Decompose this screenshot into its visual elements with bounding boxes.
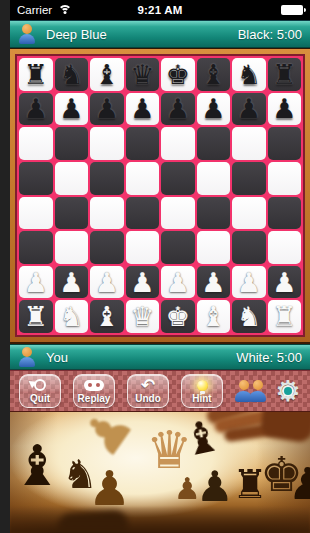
black-pawn[interactable]: ♟: [59, 95, 83, 122]
square-h7[interactable]: ♟: [268, 93, 302, 126]
photo-hand-shape: [259, 412, 310, 443]
black-pawn[interactable]: ♟: [272, 95, 296, 122]
opponent-avatar-icon: [18, 24, 36, 44]
black-king[interactable]: ♚: [166, 61, 190, 88]
square-e8[interactable]: ♚: [161, 58, 195, 91]
app-screen: Carrier 9:21 AM Deep Blue Black: 5:00 ♜♞…: [10, 0, 310, 533]
square-e6[interactable]: [161, 127, 195, 160]
square-c1[interactable]: ♝: [90, 300, 124, 333]
square-g7[interactable]: ♟: [232, 93, 266, 126]
square-f8[interactable]: ♝: [197, 58, 231, 91]
white-knight[interactable]: ♞: [237, 303, 261, 330]
square-b6[interactable]: [55, 127, 89, 160]
white-pawn[interactable]: ♟: [130, 269, 154, 296]
square-h4[interactable]: [268, 197, 302, 230]
black-knight[interactable]: ♞: [237, 61, 261, 88]
quit-button[interactable]: Quit: [19, 374, 61, 408]
black-bishop[interactable]: ♝: [95, 61, 119, 88]
square-d6[interactable]: [126, 127, 160, 160]
square-c7[interactable]: ♟: [90, 93, 124, 126]
opponent-bar: Deep Blue Black: 5:00: [10, 20, 310, 48]
white-bishop[interactable]: ♝: [95, 303, 119, 330]
square-c5[interactable]: [90, 162, 124, 195]
black-bishop[interactable]: ♝: [201, 61, 225, 88]
square-h5[interactable]: [268, 162, 302, 195]
chess-board[interactable]: ♜♞♝♛♚♝♞♜♟♟♟♟♟♟♟♟♟♟♟♟♟♟♟♟♜♞♝♛♚♝♞♜: [17, 56, 303, 335]
game-controller-icon: [84, 378, 104, 392]
square-e2[interactable]: ♟: [161, 266, 195, 299]
white-pawn[interactable]: ♟: [272, 269, 296, 296]
photo-chess-piece: ♟: [196, 466, 234, 508]
white-rook[interactable]: ♜: [272, 303, 296, 330]
photo-strip: ♟♝♛♝♞♟♟♟♜♚♟: [10, 412, 310, 533]
square-c8[interactable]: ♝: [90, 58, 124, 91]
photo-chess-piece: ♟: [288, 462, 310, 506]
square-b3[interactable]: [55, 231, 89, 264]
square-c2[interactable]: ♟: [90, 266, 124, 299]
opponent-name: Deep Blue: [46, 27, 107, 42]
square-g5[interactable]: [232, 162, 266, 195]
square-e5[interactable]: [161, 162, 195, 195]
square-h2[interactable]: ♟: [268, 266, 302, 299]
square-e7[interactable]: ♟: [161, 93, 195, 126]
battery-icon: [281, 5, 303, 15]
photo-chess-piece: ♟: [88, 464, 131, 512]
black-rook[interactable]: ♜: [272, 61, 296, 88]
hint-button-label: Hint: [192, 394, 211, 404]
undo-button-label: Undo: [135, 394, 161, 404]
square-f6[interactable]: [197, 127, 231, 160]
square-d7[interactable]: ♟: [126, 93, 160, 126]
square-g8[interactable]: ♞: [232, 58, 266, 91]
carrier-label: Carrier: [17, 4, 52, 16]
square-a7[interactable]: ♟: [19, 93, 53, 126]
square-f7[interactable]: ♟: [197, 93, 231, 126]
undo-arrow-icon: ↶: [141, 378, 155, 392]
square-c4[interactable]: [90, 197, 124, 230]
black-pawn[interactable]: ♟: [201, 95, 225, 122]
square-g1[interactable]: ♞: [232, 300, 266, 333]
square-f4[interactable]: [197, 197, 231, 230]
square-h6[interactable]: [268, 127, 302, 160]
photo-chess-piece: ♛: [146, 424, 193, 476]
photo-hand-shape: [57, 510, 129, 533]
quit-button-label: Quit: [30, 394, 50, 404]
black-pawn[interactable]: ♟: [95, 95, 119, 122]
square-c3[interactable]: [90, 231, 124, 264]
square-b1[interactable]: ♞: [55, 300, 89, 333]
white-rook[interactable]: ♜: [24, 303, 48, 330]
square-a2[interactable]: ♟: [19, 266, 53, 299]
two-players-icon[interactable]: [235, 379, 259, 403]
square-d8[interactable]: ♛: [126, 58, 160, 91]
white-pawn[interactable]: ♟: [24, 269, 48, 296]
square-f5[interactable]: [197, 162, 231, 195]
square-a5[interactable]: [19, 162, 53, 195]
square-c6[interactable]: [90, 127, 124, 160]
light-bulb-icon: [197, 378, 208, 392]
square-g4[interactable]: [232, 197, 266, 230]
black-pawn[interactable]: ♟: [24, 95, 48, 122]
black-clock: Black: 5:00: [238, 27, 302, 42]
square-a6[interactable]: [19, 127, 53, 160]
square-d1[interactable]: ♛: [126, 300, 160, 333]
black-knight[interactable]: ♞: [59, 61, 83, 88]
square-f1[interactable]: ♝: [197, 300, 231, 333]
white-pawn[interactable]: ♟: [166, 269, 190, 296]
wifi-icon: [57, 5, 72, 16]
square-a4[interactable]: [19, 197, 53, 230]
white-pawn[interactable]: ♟: [59, 269, 83, 296]
square-a3[interactable]: [19, 231, 53, 264]
board-frame: ♜♞♝♛♚♝♞♜♟♟♟♟♟♟♟♟♟♟♟♟♟♟♟♟♜♞♝♛♚♝♞♜: [10, 48, 310, 344]
square-d3[interactable]: [126, 231, 160, 264]
white-pawn[interactable]: ♟: [95, 269, 119, 296]
white-king[interactable]: ♚: [166, 303, 190, 330]
photo-chess-piece: ♝: [12, 438, 62, 494]
settings-gear-icon[interactable]: ⚙: [275, 377, 301, 405]
white-pawn[interactable]: ♟: [201, 269, 225, 296]
replay-button-label: Replay: [78, 394, 111, 404]
square-a1[interactable]: ♜: [19, 300, 53, 333]
black-queen[interactable]: ♛: [130, 61, 154, 88]
black-pawn[interactable]: ♟: [237, 95, 261, 122]
white-bishop[interactable]: ♝: [201, 303, 225, 330]
black-pawn[interactable]: ♟: [166, 95, 190, 122]
square-e1[interactable]: ♚: [161, 300, 195, 333]
square-g6[interactable]: [232, 127, 266, 160]
status-bar: Carrier 9:21 AM: [10, 0, 310, 20]
square-b2[interactable]: ♟: [55, 266, 89, 299]
square-e3[interactable]: [161, 231, 195, 264]
white-queen[interactable]: ♛: [130, 303, 154, 330]
square-b5[interactable]: [55, 162, 89, 195]
square-d5[interactable]: [126, 162, 160, 195]
hint-button[interactable]: Hint: [181, 374, 223, 408]
black-rook[interactable]: ♜: [24, 61, 48, 88]
square-d2[interactable]: ♟: [126, 266, 160, 299]
white-pawn[interactable]: ♟: [237, 269, 261, 296]
black-pawn[interactable]: ♟: [130, 95, 154, 122]
replay-button[interactable]: Replay: [73, 374, 115, 408]
square-b4[interactable]: [55, 197, 89, 230]
square-h3[interactable]: [268, 231, 302, 264]
square-g2[interactable]: ♟: [232, 266, 266, 299]
square-e4[interactable]: [161, 197, 195, 230]
player-bar: You White: 5:00: [10, 344, 310, 370]
square-f3[interactable]: [197, 231, 231, 264]
square-a8[interactable]: ♜: [19, 58, 53, 91]
white-knight[interactable]: ♞: [59, 303, 83, 330]
square-d4[interactable]: [126, 197, 160, 230]
square-b7[interactable]: ♟: [55, 93, 89, 126]
white-clock: White: 5:00: [236, 350, 302, 365]
square-g3[interactable]: [232, 231, 266, 264]
toolbar: Quit Replay ↶ Undo Hint ⚙: [10, 370, 310, 412]
quit-icon: [34, 378, 46, 392]
square-h1[interactable]: ♜: [268, 300, 302, 333]
square-b8[interactable]: ♞: [55, 58, 89, 91]
player-name: You: [46, 350, 68, 365]
player-avatar-icon: [18, 347, 36, 367]
square-h8[interactable]: ♜: [268, 58, 302, 91]
clock-time: 9:21 AM: [137, 4, 182, 16]
square-f2[interactable]: ♟: [197, 266, 231, 299]
undo-button[interactable]: ↶ Undo: [127, 374, 169, 408]
